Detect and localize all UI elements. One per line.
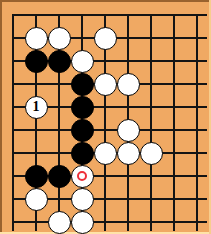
black-stone — [48, 165, 71, 188]
white-stone — [117, 73, 140, 96]
black-stone — [71, 142, 94, 165]
move-number-label: 1 — [33, 100, 40, 114]
stones-layer: 1 — [2, 4, 209, 234]
black-stone — [48, 50, 71, 73]
black-stone — [25, 50, 48, 73]
white-stone — [94, 73, 117, 96]
white-stone — [25, 188, 48, 211]
white-stone — [94, 142, 117, 165]
white-stone — [94, 27, 117, 50]
white-stone-circled — [71, 165, 94, 188]
red-circle-marker — [77, 171, 87, 181]
white-stone — [25, 27, 48, 50]
black-stone — [71, 119, 94, 142]
white-stone — [71, 50, 94, 73]
go-board: 1 — [0, 0, 211, 234]
white-stone — [140, 142, 163, 165]
white-stone — [48, 211, 71, 234]
white-stone — [71, 188, 94, 211]
black-stone — [71, 73, 94, 96]
black-stone — [71, 96, 94, 119]
board-bevel-top — [0, 0, 211, 2]
white-stone — [117, 142, 140, 165]
white-stone — [48, 27, 71, 50]
black-stone — [25, 165, 48, 188]
white-stone-move-1: 1 — [25, 96, 48, 119]
white-stone — [71, 211, 94, 234]
board-bevel-right — [209, 0, 211, 234]
white-stone — [117, 119, 140, 142]
